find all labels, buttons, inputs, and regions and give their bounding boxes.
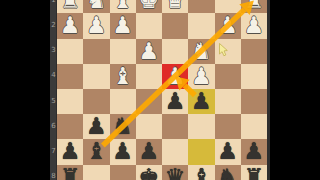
square-d8[interactable]: ♛ bbox=[162, 165, 188, 180]
square-h3[interactable] bbox=[57, 39, 83, 64]
board-right-edge-strip bbox=[267, 0, 270, 180]
piece-black-bishop-g7[interactable]: ♝ bbox=[83, 139, 109, 164]
square-d7[interactable] bbox=[162, 139, 188, 164]
square-b6[interactable] bbox=[215, 114, 241, 139]
square-a7[interactable]: ♟ bbox=[241, 139, 267, 164]
square-g4[interactable] bbox=[83, 64, 109, 89]
piece-white-pawn-b2[interactable]: ♟ bbox=[215, 13, 241, 38]
piece-black-pawn-f7[interactable]: ♟ bbox=[110, 139, 136, 164]
piece-white-pawn-e3[interactable]: ♟ bbox=[136, 39, 162, 64]
right-black-bar bbox=[270, 0, 320, 180]
square-b1[interactable] bbox=[215, 0, 241, 13]
square-d2[interactable] bbox=[162, 13, 188, 38]
square-c7[interactable] bbox=[188, 139, 214, 164]
square-g3[interactable] bbox=[83, 39, 109, 64]
piece-black-pawn-d5[interactable]: ♟ bbox=[162, 89, 188, 114]
rank-label-6: 6 bbox=[50, 118, 57, 134]
piece-black-queen-d8[interactable]: ♛ bbox=[162, 165, 188, 180]
square-g7[interactable]: ♝ bbox=[83, 139, 109, 164]
piece-black-pawn-b7[interactable]: ♟ bbox=[215, 139, 241, 164]
square-b3[interactable] bbox=[215, 39, 241, 64]
piece-white-pawn-c4[interactable]: ♟ bbox=[188, 64, 214, 89]
left-black-bar bbox=[0, 0, 50, 180]
square-f5[interactable] bbox=[110, 89, 136, 114]
square-f3[interactable] bbox=[110, 39, 136, 64]
piece-black-bishop-c8[interactable]: ♝ bbox=[188, 165, 214, 180]
square-e6[interactable] bbox=[136, 114, 162, 139]
square-f7[interactable]: ♟ bbox=[110, 139, 136, 164]
square-h2[interactable]: ♟ bbox=[57, 13, 83, 38]
square-c6[interactable] bbox=[188, 114, 214, 139]
square-e5[interactable] bbox=[136, 89, 162, 114]
square-f8[interactable] bbox=[110, 165, 136, 180]
square-b5[interactable] bbox=[215, 89, 241, 114]
piece-white-pawn-d4[interactable]: ♟ bbox=[162, 64, 188, 89]
square-d3[interactable] bbox=[162, 39, 188, 64]
square-g6[interactable]: ♟ bbox=[83, 114, 109, 139]
square-c3[interactable]: ♞ bbox=[188, 39, 214, 64]
square-b4[interactable] bbox=[215, 64, 241, 89]
rank-label-8: 8 bbox=[50, 168, 57, 180]
square-b7[interactable]: ♟ bbox=[215, 139, 241, 164]
piece-white-pawn-a2[interactable]: ♟ bbox=[241, 13, 267, 38]
square-d1[interactable]: ♛ bbox=[162, 0, 188, 13]
rank-label-3: 3 bbox=[50, 42, 57, 58]
piece-black-knight-b8[interactable]: ♞ bbox=[215, 165, 241, 180]
piece-white-king-e1[interactable]: ♚ bbox=[136, 0, 162, 13]
square-e4[interactable] bbox=[136, 64, 162, 89]
square-f2[interactable]: ♟ bbox=[110, 13, 136, 38]
piece-white-bishop-f4[interactable]: ♝ bbox=[110, 64, 136, 89]
piece-white-knight-c3[interactable]: ♞ bbox=[188, 39, 214, 64]
square-h6[interactable] bbox=[57, 114, 83, 139]
square-d4[interactable]: ♟ bbox=[162, 64, 188, 89]
square-a8[interactable]: ♜ bbox=[241, 165, 267, 180]
square-e1[interactable]: ♚ bbox=[136, 0, 162, 13]
chess-board[interactable]: ♜♞♝♚♛♜♟♟♟♟♟♟♞♝♟♟♟♟♟♞♟♝♟♟♟♟♜♚♛♝♞♜ bbox=[57, 0, 267, 180]
piece-black-pawn-g6[interactable]: ♟ bbox=[83, 114, 109, 139]
video-frame: 12345678 ♜♞♝♚♛♜♟♟♟♟♟♟♞♝♟♟♟♟♟♞♟♝♟♟♟♟♜♚♛♝♞… bbox=[0, 0, 320, 180]
square-f1[interactable]: ♝ bbox=[110, 0, 136, 13]
rank-coordinate-gutter: 12345678 bbox=[50, 0, 57, 180]
square-a1[interactable]: ♜ bbox=[241, 0, 267, 13]
square-h7[interactable]: ♟ bbox=[57, 139, 83, 164]
piece-white-pawn-h2[interactable]: ♟ bbox=[57, 13, 83, 38]
square-a4[interactable] bbox=[241, 64, 267, 89]
piece-white-rook-a1[interactable]: ♜ bbox=[241, 0, 267, 13]
piece-black-pawn-a7[interactable]: ♟ bbox=[241, 139, 267, 164]
square-d5[interactable]: ♟ bbox=[162, 89, 188, 114]
square-c1[interactable] bbox=[188, 0, 214, 13]
piece-white-rook-h1[interactable]: ♜ bbox=[57, 0, 83, 13]
rank-label-4: 4 bbox=[50, 67, 57, 83]
square-g5[interactable] bbox=[83, 89, 109, 114]
piece-white-bishop-f1[interactable]: ♝ bbox=[110, 0, 136, 13]
piece-black-knight-f6[interactable]: ♞ bbox=[110, 114, 136, 139]
square-a5[interactable] bbox=[241, 89, 267, 114]
piece-black-rook-a8[interactable]: ♜ bbox=[241, 165, 267, 180]
square-b2[interactable]: ♟ bbox=[215, 13, 241, 38]
square-g1[interactable]: ♞ bbox=[83, 0, 109, 13]
square-d6[interactable] bbox=[162, 114, 188, 139]
square-c2[interactable] bbox=[188, 13, 214, 38]
square-e7[interactable]: ♟ bbox=[136, 139, 162, 164]
piece-white-pawn-g2[interactable]: ♟ bbox=[83, 13, 109, 38]
square-g8[interactable] bbox=[83, 165, 109, 180]
piece-black-pawn-e7[interactable]: ♟ bbox=[136, 139, 162, 164]
square-b8[interactable]: ♞ bbox=[215, 165, 241, 180]
square-a2[interactable]: ♟ bbox=[241, 13, 267, 38]
square-h8[interactable]: ♜ bbox=[57, 165, 83, 180]
piece-white-knight-g1[interactable]: ♞ bbox=[83, 0, 109, 13]
square-c8[interactable]: ♝ bbox=[188, 165, 214, 180]
square-h5[interactable] bbox=[57, 89, 83, 114]
piece-white-queen-d1[interactable]: ♛ bbox=[162, 0, 188, 13]
square-a3[interactable] bbox=[241, 39, 267, 64]
square-e8[interactable]: ♚ bbox=[136, 165, 162, 180]
piece-white-pawn-f2[interactable]: ♟ bbox=[110, 13, 136, 38]
rank-label-7: 7 bbox=[50, 143, 57, 159]
piece-black-king-e8[interactable]: ♚ bbox=[136, 165, 162, 180]
square-h4[interactable] bbox=[57, 64, 83, 89]
square-a6[interactable] bbox=[241, 114, 267, 139]
rank-label-5: 5 bbox=[50, 93, 57, 109]
piece-black-pawn-h7[interactable]: ♟ bbox=[57, 139, 83, 164]
square-h1[interactable]: ♜ bbox=[57, 0, 83, 13]
square-e3[interactable]: ♟ bbox=[136, 39, 162, 64]
square-c5[interactable]: ♟ bbox=[188, 89, 214, 114]
square-f4[interactable]: ♝ bbox=[110, 64, 136, 89]
rank-label-1: 1 bbox=[50, 0, 57, 8]
square-f6[interactable]: ♞ bbox=[110, 114, 136, 139]
square-g2[interactable]: ♟ bbox=[83, 13, 109, 38]
square-c4[interactable]: ♟ bbox=[188, 64, 214, 89]
rank-label-2: 2 bbox=[50, 17, 57, 33]
piece-black-pawn-c5[interactable]: ♟ bbox=[188, 89, 214, 114]
square-e2[interactable] bbox=[136, 13, 162, 38]
piece-black-rook-h8[interactable]: ♜ bbox=[57, 165, 83, 180]
